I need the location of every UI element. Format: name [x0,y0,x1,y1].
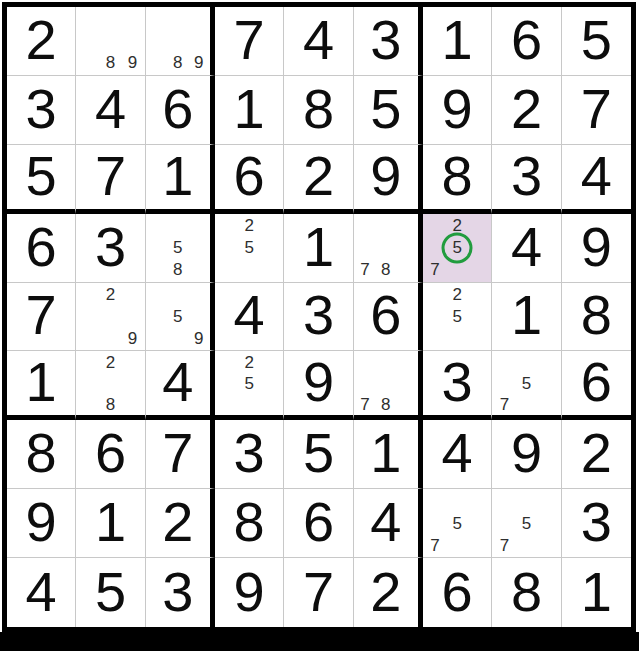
pencil-slot-9 [260,259,282,281]
pencil-slot-7 [147,259,168,281]
cell-r6c4[interactable]: 25 [215,351,284,420]
cell-r5c1[interactable]: 7 [7,283,76,352]
digit-value: 9 [442,81,473,137]
pencil-slot-2 [515,352,537,373]
pencil-slot-1 [424,284,446,306]
pencil-slot-4 [77,306,99,328]
sudoku-app-screen: 2898974316534618592757162983463582517825… [0,0,639,651]
pencil-marks: 28 [77,352,143,414]
pencil-slot-9 [468,259,490,281]
cell-r1c4[interactable]: 7 [215,7,284,76]
pencil-slot-3 [260,352,282,373]
pencil-slot-2 [515,490,537,512]
cell-r4c5[interactable]: 1 [284,214,353,283]
cell-r7c3[interactable]: 7 [146,420,215,489]
cell-r2c2[interactable]: 4 [76,76,145,145]
digit-value: 5 [370,81,401,137]
digit-value: 4 [581,148,612,204]
digit-value: 5 [303,425,334,481]
pencil-slot-2 [167,284,188,306]
cell-r6c2[interactable]: 28 [76,351,145,420]
pencil-marks: 58 [147,215,209,281]
digit-value: 3 [511,148,542,204]
digit-value: 4 [442,425,473,481]
cell-r4c1[interactable]: 6 [7,214,76,283]
pencil-slot-9 [468,534,490,556]
digit-value: 3 [162,564,193,620]
digit-value: 9 [303,354,334,410]
pencil-slot-7 [77,52,99,74]
pencil-marks: 25 [216,215,282,281]
digit-value: 1 [511,287,542,343]
cell-r4c3[interactable]: 58 [146,214,215,283]
digit-value: 3 [581,494,612,550]
cell-r9c6[interactable]: 2 [354,558,423,627]
digit-value: 6 [581,354,612,410]
digit-value: 7 [234,12,265,68]
pencil-marks: 78 [355,352,417,414]
digit-value: 9 [581,219,612,275]
pencil-slot-3 [396,215,417,237]
pencil-slot-9 [188,259,209,281]
pencil-slot-5 [99,373,121,394]
pencil-mark-5: 5 [238,237,260,259]
cell-r7c4[interactable]: 3 [215,420,284,489]
pencil-slot-1 [77,352,99,373]
cell-r9c5[interactable]: 7 [284,558,353,627]
pencil-mark-7: 7 [355,259,376,281]
pencil-mark-8: 8 [99,52,121,74]
pencil-slot-8 [446,327,468,349]
cell-r8c1[interactable]: 9 [7,489,76,558]
digit-value: 1 [26,354,57,410]
pencil-slot-1 [147,8,168,30]
pencil-slot-4 [355,373,376,394]
cell-r6c8[interactable]: 57 [492,351,561,420]
digit-value: 4 [303,12,334,68]
pencil-mark-7: 7 [355,394,376,415]
pencil-slot-6 [122,373,144,394]
pencil-slot-1 [424,490,446,512]
cell-r3c7[interactable]: 8 [423,145,492,214]
digit-value: 3 [303,287,334,343]
cell-r1c8[interactable]: 6 [492,7,561,76]
cell-r5c2[interactable]: 29 [76,283,145,352]
pencil-mark-5: 5 [238,373,260,394]
pencil-marks: 25 [216,352,282,414]
cell-r5c4[interactable]: 4 [215,283,284,352]
pencil-slot-6 [538,512,560,534]
pencil-slot-1 [493,352,515,373]
cell-r2c9[interactable]: 7 [562,76,631,145]
pencil-slot-3 [538,352,560,373]
cell-r9c9[interactable]: 1 [562,558,631,627]
cell-r9c1[interactable]: 4 [7,558,76,627]
cell-r3c3[interactable]: 1 [146,145,215,214]
cell-r6c6[interactable]: 78 [354,351,423,420]
pencil-marks: 57 [493,490,559,556]
pencil-slot-8 [515,534,537,556]
pencil-slot-8 [446,534,468,556]
cell-r4c8[interactable]: 4 [492,214,561,283]
cell-r8c7[interactable]: 57 [423,489,492,558]
cell-r7c2[interactable]: 6 [76,420,145,489]
pencil-marks: 25 [424,284,490,350]
pencil-mark-9: 9 [122,52,144,74]
digit-value: 4 [234,287,265,343]
pencil-slot-8 [238,394,260,415]
pencil-slot-6 [122,30,144,52]
cell-r4c2[interactable]: 3 [76,214,145,283]
pencil-mark-7: 7 [424,259,446,281]
pencil-slot-1 [77,8,99,30]
cell-r1c1[interactable]: 2 [7,7,76,76]
pencil-mark-8: 8 [99,394,121,415]
cell-r1c7[interactable]: 1 [423,7,492,76]
pencil-mark-8: 8 [167,259,188,281]
cell-r6c1[interactable]: 1 [7,351,76,420]
pencil-slot-9 [468,327,490,349]
cell-r1c3[interactable]: 89 [146,7,215,76]
pencil-slot-6 [122,306,144,328]
digit-value: 6 [370,287,401,343]
pencil-slot-7 [77,327,99,349]
pencil-slot-3 [396,352,417,373]
pencil-slot-9 [538,534,560,556]
cell-r7c8[interactable]: 9 [492,420,561,489]
cell-r5c5[interactable]: 3 [284,283,353,352]
cell-r9c8[interactable]: 8 [492,558,561,627]
pencil-slot-6 [188,306,209,328]
cell-r5c6[interactable]: 6 [354,283,423,352]
pencil-slot-7 [424,327,446,349]
digit-value: 8 [303,81,334,137]
pencil-slot-8 [515,394,537,415]
digit-value: 8 [581,287,612,343]
cell-r1c6[interactable]: 3 [354,7,423,76]
cell-r4c9[interactable]: 9 [562,214,631,283]
pencil-slot-7 [216,394,238,415]
pencil-slot-3 [468,284,490,306]
pencil-slot-1 [77,284,99,306]
pencil-mark-8: 8 [375,394,396,415]
pencil-slot-4 [493,512,515,534]
pencil-mark-2: 2 [446,284,468,306]
digit-value: 6 [303,494,334,550]
cell-r2c7[interactable]: 9 [423,76,492,145]
digit-value: 2 [581,425,612,481]
pencil-slot-3 [122,8,144,30]
digit-value: 1 [95,494,126,550]
digit-value: 3 [370,12,401,68]
digit-value: 4 [95,81,126,137]
pencil-marks: 59 [147,284,209,350]
pencil-slot-2 [167,215,188,237]
pencil-slot-5 [99,30,121,52]
pencil-slot-7 [147,327,168,349]
cell-r9c3[interactable]: 3 [146,558,215,627]
pencil-slot-8 [238,259,260,281]
pencil-mark-7: 7 [493,534,515,556]
cell-r8c4[interactable]: 8 [215,489,284,558]
cell-r8c9[interactable]: 3 [562,489,631,558]
digit-value: 1 [370,425,401,481]
pencil-slot-3 [468,490,490,512]
digit-value: 7 [26,287,57,343]
pencil-slot-5 [375,373,396,394]
digit-value: 3 [95,219,126,275]
cell-r2c1[interactable]: 3 [7,76,76,145]
pencil-slot-6 [396,237,417,259]
cell-r5c7[interactable]: 25 [423,283,492,352]
digit-value: 4 [511,219,542,275]
pencil-slot-7 [77,394,99,415]
pencil-slot-5 [99,306,121,328]
cell-r2c6[interactable]: 5 [354,76,423,145]
pencil-slot-6 [468,237,490,259]
pencil-slot-6 [188,30,209,52]
cell-r4c7[interactable]: 257 [423,214,492,283]
cell-r1c9[interactable]: 5 [562,7,631,76]
pencil-slot-7 [147,52,168,74]
pencil-slot-6 [538,373,560,394]
cell-r1c5[interactable]: 4 [284,7,353,76]
digit-value: 7 [162,425,193,481]
cell-r6c9[interactable]: 6 [562,351,631,420]
cell-r7c7[interactable]: 4 [423,420,492,489]
cell-r7c9[interactable]: 2 [562,420,631,489]
pencil-marks: 89 [147,8,209,74]
cell-r3c9[interactable]: 4 [562,145,631,214]
digit-value: 1 [442,12,473,68]
pencil-slot-4 [147,237,168,259]
digit-value: 7 [303,564,334,620]
digit-value: 6 [442,564,473,620]
pencil-slot-1 [216,215,238,237]
pencil-slot-9 [260,394,282,415]
pencil-slot-6 [260,237,282,259]
digit-value: 8 [26,425,57,481]
digit-value: 4 [370,494,401,550]
pencil-slot-3 [122,284,144,306]
cell-r3c1[interactable]: 5 [7,145,76,214]
pencil-slot-3 [538,490,560,512]
pencil-slot-3 [122,352,144,373]
cell-r4c6[interactable]: 78 [354,214,423,283]
cell-r2c8[interactable]: 2 [492,76,561,145]
digit-value: 1 [303,219,334,275]
digit-value: 6 [234,148,265,204]
pencil-slot-5 [167,30,188,52]
digit-value: 1 [162,148,193,204]
digit-value: 4 [162,354,193,410]
cell-r8c3[interactable]: 2 [146,489,215,558]
pencil-slot-1 [424,215,446,237]
pencil-mark-9: 9 [188,327,209,349]
pencil-slot-4 [424,512,446,534]
digit-value: 5 [95,564,126,620]
pencil-slot-1 [493,490,515,512]
digit-value: 6 [511,12,542,68]
digit-value: 5 [26,148,57,204]
cell-r2c3[interactable]: 6 [146,76,215,145]
pencil-mark-5: 5 [515,373,537,394]
cell-r7c1[interactable]: 8 [7,420,76,489]
pencil-slot-3 [188,284,209,306]
pencil-slot-1 [355,352,376,373]
cell-r7c6[interactable]: 1 [354,420,423,489]
digit-value: 2 [511,81,542,137]
pencil-slot-4 [147,306,168,328]
pencil-slot-1 [147,284,168,306]
pencil-slot-4 [216,237,238,259]
pencil-mark-2: 2 [446,215,468,237]
cell-r6c3[interactable]: 4 [146,351,215,420]
sudoku-board: 2898974316534618592757162983463582517825… [0,0,639,632]
pencil-mark-2: 2 [238,215,260,237]
pencil-slot-2 [99,8,121,30]
cell-r9c4[interactable]: 9 [215,558,284,627]
cell-r9c2[interactable]: 5 [76,558,145,627]
cell-r3c6[interactable]: 9 [354,145,423,214]
cell-r8c6[interactable]: 4 [354,489,423,558]
pencil-slot-6 [260,373,282,394]
pencil-mark-8: 8 [167,52,188,74]
pencil-slot-2 [375,352,396,373]
digit-value: 2 [162,494,193,550]
pencil-mark-9: 9 [122,327,144,349]
digit-value: 5 [581,12,612,68]
pencil-slot-4 [493,373,515,394]
digit-value: 9 [234,564,265,620]
digit-value: 9 [511,425,542,481]
digit-value: 2 [370,564,401,620]
digit-value: 6 [95,425,126,481]
pencil-slot-2 [375,215,396,237]
digit-value: 8 [442,148,473,204]
digit-value: 2 [26,12,57,68]
pencil-mark-2: 2 [99,352,121,373]
cell-r3c8[interactable]: 3 [492,145,561,214]
pencil-slot-4 [77,30,99,52]
digit-value: 9 [26,494,57,550]
cell-r3c2[interactable]: 7 [76,145,145,214]
pencil-mark-7: 7 [424,534,446,556]
pencil-slot-1 [147,215,168,237]
pencil-mark-2: 2 [238,352,260,373]
pencil-mark-5: 5 [446,512,468,534]
digit-value: 3 [442,354,473,410]
cell-r9c7[interactable]: 6 [423,558,492,627]
digit-value: 9 [370,148,401,204]
cell-r2c5[interactable]: 8 [284,76,353,145]
digit-value: 3 [26,81,57,137]
cell-r7c5[interactable]: 5 [284,420,353,489]
pencil-slot-8 [446,259,468,281]
pencil-slot-9 [538,394,560,415]
pencil-mark-5: 5 [515,512,537,534]
pencil-slot-8 [167,327,188,349]
cell-r8c2[interactable]: 1 [76,489,145,558]
digit-value: 7 [95,148,126,204]
pencil-mark-2: 2 [99,284,121,306]
cell-r6c7[interactable]: 3 [423,351,492,420]
digit-value: 4 [26,564,57,620]
pencil-slot-7 [216,259,238,281]
pencil-slot-4 [77,373,99,394]
pencil-slot-4 [424,237,446,259]
pencil-mark-5: 5 [446,306,468,328]
pencil-marks: 257 [424,215,490,281]
pencil-marks: 57 [493,352,559,414]
digit-value: 8 [234,494,265,550]
pencil-slot-4 [216,373,238,394]
digit-value: 8 [511,564,542,620]
pencil-marks: 57 [424,490,490,556]
cell-r2c4[interactable]: 1 [215,76,284,145]
cell-r4c4[interactable]: 25 [215,214,284,283]
cell-r5c9[interactable]: 8 [562,283,631,352]
pencil-slot-5 [375,237,396,259]
cell-r8c8[interactable]: 57 [492,489,561,558]
cell-r5c8[interactable]: 1 [492,283,561,352]
digit-value: 2 [303,148,334,204]
cell-r3c4[interactable]: 6 [215,145,284,214]
pencil-slot-2 [167,8,188,30]
pencil-mark-5: 5 [167,306,188,328]
pencil-slot-3 [260,215,282,237]
pencil-slot-2 [446,490,468,512]
pencil-slot-3 [468,215,490,237]
pencil-slot-9 [396,394,417,415]
pencil-slot-4 [355,237,376,259]
pencil-slot-4 [424,306,446,328]
pencil-slot-6 [396,373,417,394]
pencil-mark-8: 8 [375,259,396,281]
pencil-slot-1 [355,215,376,237]
pencil-slot-3 [188,215,209,237]
cell-r1c2[interactable]: 89 [76,7,145,76]
pencil-marks: 89 [77,8,143,74]
digit-value: 1 [234,81,265,137]
pencil-slot-4 [147,30,168,52]
cell-r3c5[interactable]: 2 [284,145,353,214]
pencil-mark-9: 9 [188,52,209,74]
cell-r6c5[interactable]: 9 [284,351,353,420]
pencil-mark-5: 5 [167,237,188,259]
digit-value: 1 [581,564,612,620]
pencil-slot-9 [396,259,417,281]
digit-value: 6 [26,219,57,275]
pencil-slot-3 [188,8,209,30]
pencil-slot-6 [188,237,209,259]
digit-value: 3 [234,425,265,481]
pencil-slot-8 [99,327,121,349]
cell-r8c5[interactable]: 6 [284,489,353,558]
pencil-slot-6 [468,512,490,534]
pencil-marks: 78 [355,215,417,281]
pencil-slot-6 [468,306,490,328]
pencil-mark-7: 7 [493,394,515,415]
digit-value: 7 [581,81,612,137]
digit-value: 6 [162,81,193,137]
cell-r5c3[interactable]: 59 [146,283,215,352]
pencil-mark-5: 5 [446,237,468,259]
pencil-slot-9 [122,394,144,415]
pencil-marks: 29 [77,284,143,350]
pencil-slot-1 [216,352,238,373]
sudoku-grid: 2898974316534618592757162983463582517825… [2,2,636,632]
